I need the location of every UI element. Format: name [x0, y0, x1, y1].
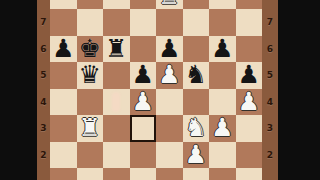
square-a2[interactable] [50, 142, 77, 169]
square-a8[interactable] [50, 0, 77, 9]
square-h1[interactable] [236, 168, 263, 180]
chess-board[interactable]: ♜♟♚♜♟♟♛♟♟♞♟♟♟♜♞♟♟ [50, 0, 262, 180]
square-e4[interactable] [156, 89, 183, 116]
square-b4[interactable] [77, 89, 104, 116]
square-e5[interactable]: ♟ [156, 62, 183, 89]
square-c7[interactable] [103, 9, 130, 36]
piece-white-pawn-h4[interactable]: ♟ [236, 89, 263, 116]
square-f8[interactable] [183, 0, 210, 9]
rank-label-left-4: 4 [37, 89, 50, 116]
square-a1[interactable] [50, 168, 77, 180]
square-g2[interactable] [209, 142, 236, 169]
square-e8[interactable]: ♜ [156, 0, 183, 9]
square-e6[interactable]: ♟ [156, 36, 183, 63]
square-c2[interactable] [103, 142, 130, 169]
square-b3[interactable]: ♜ [77, 115, 104, 142]
square-c3[interactable] [103, 115, 130, 142]
square-h7[interactable] [236, 9, 263, 36]
square-h8[interactable] [236, 0, 263, 9]
square-b5[interactable]: ♛ [77, 62, 104, 89]
piece-black-queen-b5[interactable]: ♛ [77, 62, 104, 89]
square-a5[interactable] [50, 62, 77, 89]
square-c1[interactable] [103, 168, 130, 180]
piece-black-pawn-a6[interactable]: ♟ [50, 36, 77, 63]
square-d8[interactable] [130, 0, 157, 9]
square-b1[interactable] [77, 168, 104, 180]
piece-white-rook-e8[interactable]: ♜ [156, 0, 183, 9]
piece-black-pawn-h5[interactable]: ♟ [236, 62, 263, 89]
rank-label-right-5: 5 [262, 62, 278, 89]
piece-black-king-b6[interactable]: ♚ [77, 36, 104, 63]
square-a6[interactable]: ♟ [50, 36, 77, 63]
square-e1[interactable] [156, 168, 183, 180]
rank-label-right-2: 2 [262, 142, 278, 169]
square-a3[interactable] [50, 115, 77, 142]
square-d2[interactable] [130, 142, 157, 169]
square-c4[interactable] [103, 89, 130, 116]
piece-black-pawn-g6[interactable]: ♟ [209, 36, 236, 63]
square-c8[interactable] [103, 0, 130, 9]
square-f6[interactable] [183, 36, 210, 63]
square-d1[interactable] [130, 168, 157, 180]
square-f3[interactable]: ♞ [183, 115, 210, 142]
square-d3[interactable] [130, 115, 157, 142]
square-g8[interactable] [209, 0, 236, 9]
square-d5[interactable]: ♟ [130, 62, 157, 89]
rank-label-left-2: 2 [37, 142, 50, 169]
rank-label-right-4: 4 [262, 89, 278, 116]
piece-black-pawn-d5[interactable]: ♟ [130, 62, 157, 89]
rank-label-right-6: 6 [262, 36, 278, 63]
square-b7[interactable] [77, 9, 104, 36]
rank-label-left-3: 3 [37, 115, 50, 142]
square-e2[interactable] [156, 142, 183, 169]
piece-black-rook-c6[interactable]: ♜ [103, 36, 130, 63]
square-g6[interactable]: ♟ [209, 36, 236, 63]
square-c5[interactable] [103, 62, 130, 89]
square-f4[interactable] [183, 89, 210, 116]
piece-black-pawn-e6[interactable]: ♟ [156, 36, 183, 63]
rank-label-right-7: 7 [262, 9, 278, 36]
piece-white-pawn-d4[interactable]: ♟ [130, 89, 157, 116]
square-f1[interactable] [183, 168, 210, 180]
square-b2[interactable] [77, 142, 104, 169]
piece-white-pawn-f2[interactable]: ♟ [183, 142, 210, 169]
piece-black-knight-f5[interactable]: ♞ [183, 62, 210, 89]
square-h4[interactable]: ♟ [236, 89, 263, 116]
square-d6[interactable] [130, 36, 157, 63]
square-b6[interactable]: ♚ [77, 36, 104, 63]
square-h5[interactable]: ♟ [236, 62, 263, 89]
square-d7[interactable] [130, 9, 157, 36]
square-h2[interactable] [236, 142, 263, 169]
square-g1[interactable] [209, 168, 236, 180]
square-h3[interactable] [236, 115, 263, 142]
square-g5[interactable] [209, 62, 236, 89]
rank-label-left-5: 5 [37, 62, 50, 89]
square-b8[interactable] [77, 0, 104, 9]
piece-white-rook-b3[interactable]: ♜ [77, 115, 104, 142]
square-f2[interactable]: ♟ [183, 142, 210, 169]
square-g7[interactable] [209, 9, 236, 36]
square-c6[interactable]: ♜ [103, 36, 130, 63]
piece-white-pawn-g3[interactable]: ♟ [209, 115, 236, 142]
square-e3[interactable] [156, 115, 183, 142]
piece-white-knight-f3[interactable]: ♞ [183, 115, 210, 142]
square-f7[interactable] [183, 9, 210, 36]
rank-label-right-3: 3 [262, 115, 278, 142]
square-f5[interactable]: ♞ [183, 62, 210, 89]
square-h6[interactable] [236, 36, 263, 63]
square-d4[interactable]: ♟ [130, 89, 157, 116]
square-g3[interactable]: ♟ [209, 115, 236, 142]
square-g4[interactable] [209, 89, 236, 116]
video-frame: ♜♟♚♜♟♟♛♟♟♞♟♟♟♜♞♟♟ 776655443322 [0, 0, 320, 180]
square-e7[interactable] [156, 9, 183, 36]
square-a7[interactable] [50, 9, 77, 36]
rank-label-left-7: 7 [37, 9, 50, 36]
square-a4[interactable] [50, 89, 77, 116]
rank-label-left-6: 6 [37, 36, 50, 63]
piece-white-pawn-e5[interactable]: ♟ [156, 62, 183, 89]
